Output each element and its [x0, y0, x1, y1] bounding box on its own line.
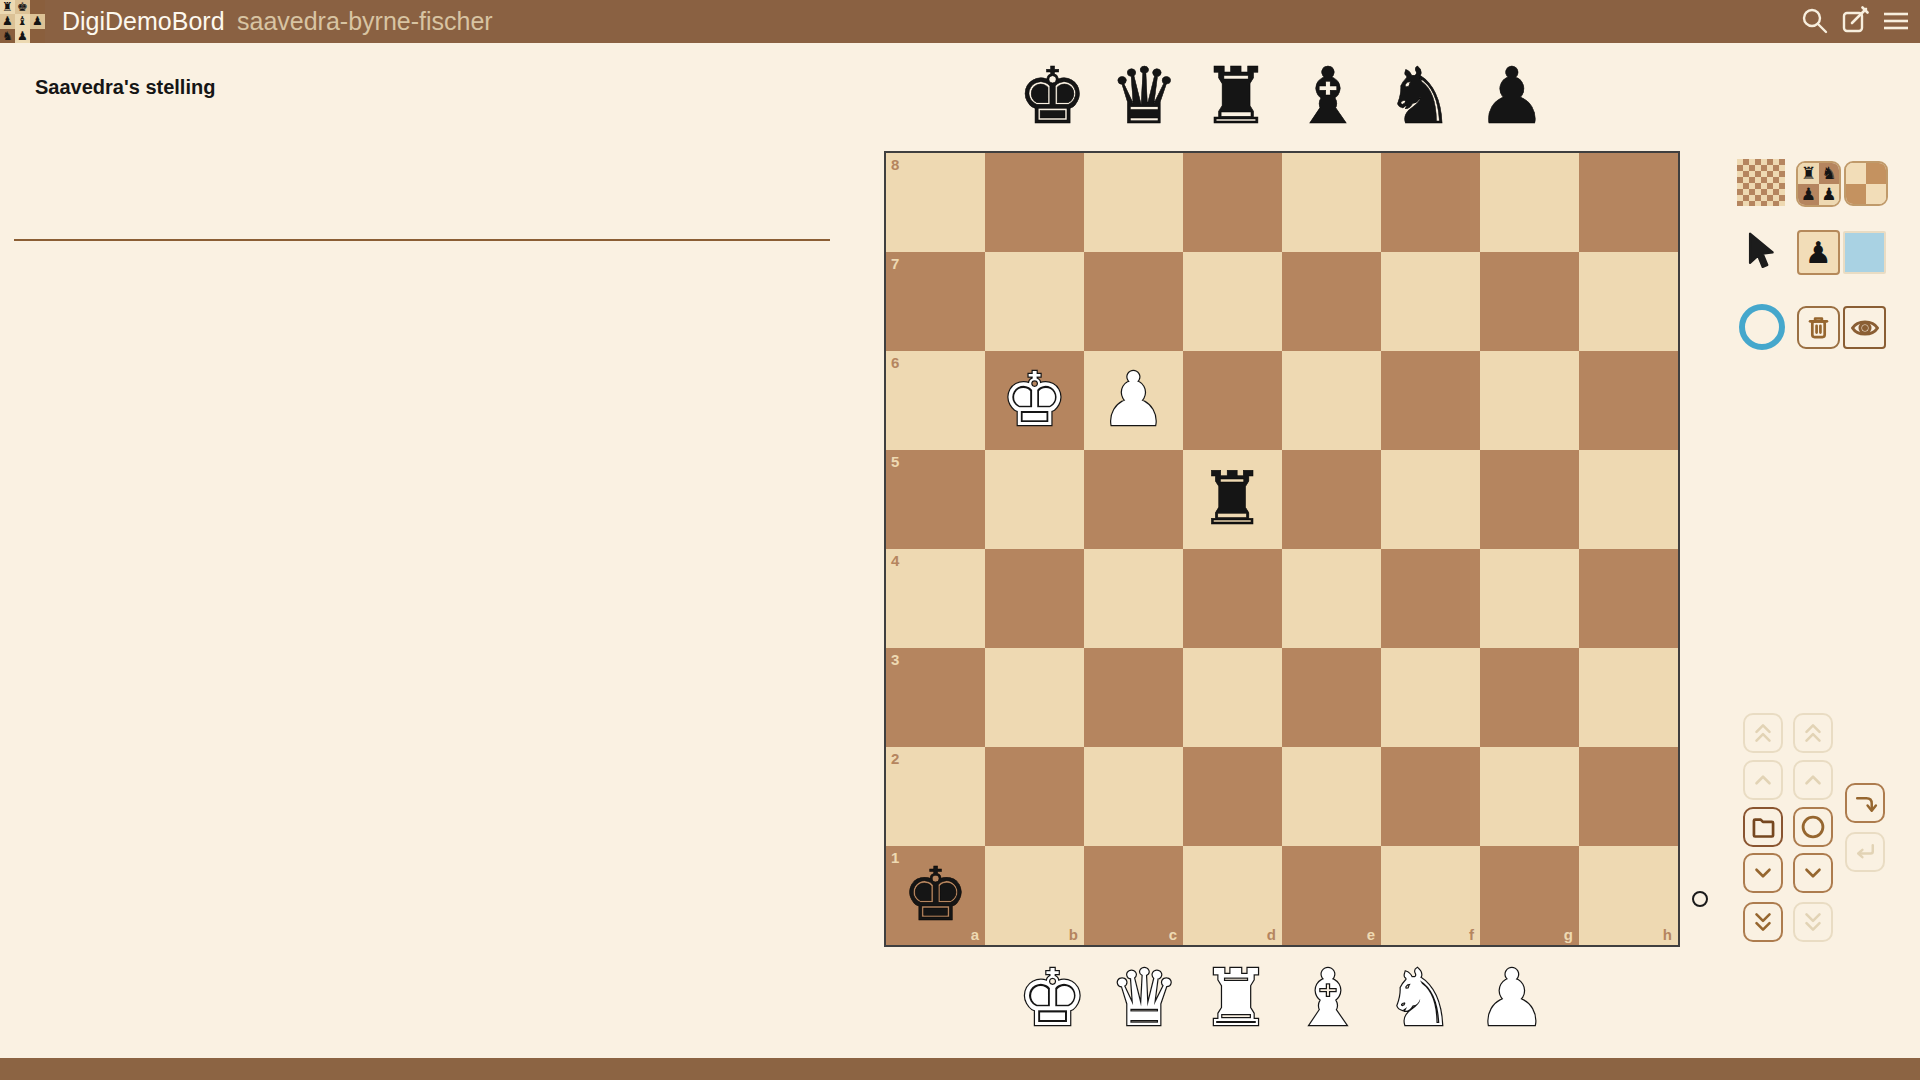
palette-white-queen[interactable]: ♛ [1109, 952, 1179, 1044]
square-f2[interactable] [1381, 747, 1480, 846]
square-c4[interactable] [1084, 549, 1183, 648]
nav-step-forward-left[interactable] [1743, 853, 1783, 893]
square-b4[interactable] [985, 549, 1084, 648]
chess-board[interactable]: 876♚♟5♜4321a♚bcdefgh [884, 151, 1680, 947]
square-a8[interactable]: 8 [886, 153, 985, 252]
square-f6[interactable] [1381, 351, 1480, 450]
square-c3[interactable] [1084, 648, 1183, 747]
file-label: f [1469, 926, 1474, 943]
square-c8[interactable] [1084, 153, 1183, 252]
nav-fast-forward-left[interactable] [1743, 902, 1783, 942]
square-e7[interactable] [1282, 252, 1381, 351]
square-h6[interactable] [1579, 351, 1678, 450]
rank-label: 5 [891, 453, 899, 470]
double-chevron-down-icon [1800, 909, 1826, 935]
square-f4[interactable] [1381, 549, 1480, 648]
piece-black-rook[interactable]: ♜ [1183, 450, 1282, 549]
folder-icon [1750, 814, 1777, 841]
highlight-color-swatch[interactable] [1843, 231, 1886, 274]
logo-cell: ♚ [15, 0, 30, 14]
double-chevron-up-icon [1750, 720, 1776, 746]
palette-white-king[interactable]: ♚ [1017, 952, 1087, 1044]
square-h8[interactable] [1579, 153, 1678, 252]
app-title: DigiDemoBord [62, 0, 225, 43]
file-label: g [1564, 926, 1573, 943]
chevron-down-icon [1800, 860, 1826, 886]
nav-fast-forward-right[interactable] [1793, 902, 1833, 942]
square-g6[interactable] [1480, 351, 1579, 450]
edit-icon[interactable] [1841, 6, 1871, 36]
rank-label: 6 [891, 354, 899, 371]
square-a6[interactable]: 6 [886, 351, 985, 450]
logo-cell: ♟ [30, 14, 45, 28]
rank-label: 7 [891, 255, 899, 272]
turn-down-right-arrow-icon [1852, 790, 1879, 817]
square-b2[interactable] [985, 747, 1084, 846]
pieceset-button[interactable]: ♜♞♟♟ [1796, 161, 1841, 207]
bottom-bar [0, 1058, 1920, 1080]
mini-cell [1846, 184, 1866, 205]
square-colors-button[interactable] [1844, 161, 1888, 206]
circle-icon [1799, 813, 1827, 841]
mini-cell: ♜ [1798, 163, 1819, 184]
topbar: ♜♚♟♝♟♞♟ DigiDemoBord saavedra-byrne-fisc… [0, 0, 1920, 43]
nav-open-folder[interactable] [1743, 807, 1783, 847]
palette-white-rook[interactable]: ♜ [1201, 952, 1271, 1044]
nav-fast-rewind-left[interactable] [1743, 713, 1783, 753]
circle-annotation-tool[interactable] [1739, 304, 1785, 350]
square-c1[interactable]: c [1084, 846, 1183, 945]
menu-icon[interactable] [1881, 6, 1911, 36]
chevron-down-icon [1750, 860, 1776, 886]
pawn-tool-button[interactable]: ♟ [1797, 230, 1840, 275]
square-f1[interactable]: f [1381, 846, 1480, 945]
nav-step-back-left[interactable] [1743, 760, 1783, 800]
square-d6[interactable] [1183, 351, 1282, 450]
chevron-up-icon [1750, 767, 1776, 793]
square-f5[interactable] [1381, 450, 1480, 549]
palette-black-pawn[interactable]: ♟ [1477, 50, 1547, 142]
position-title: Saavedra's stelling [35, 76, 215, 99]
square-b1[interactable]: b [985, 846, 1084, 945]
nav-enter-variation[interactable] [1845, 783, 1885, 823]
square-g2[interactable] [1480, 747, 1579, 846]
nav-return[interactable] [1845, 832, 1885, 872]
square-h1[interactable]: h [1579, 846, 1678, 945]
file-label: c [1169, 926, 1177, 943]
nav-step-back-right[interactable] [1793, 760, 1833, 800]
logo-cell: ♝ [15, 14, 30, 28]
square-f8[interactable] [1381, 153, 1480, 252]
square-b6[interactable]: ♚ [985, 351, 1084, 450]
square-h4[interactable] [1579, 549, 1678, 648]
nav-step-forward-right[interactable] [1793, 853, 1833, 893]
palette-black-bishop[interactable]: ♝ [1293, 50, 1363, 142]
logo-cell [30, 0, 45, 14]
rank-label: 4 [891, 552, 899, 569]
square-d7[interactable] [1183, 252, 1282, 351]
square-g5[interactable] [1480, 450, 1579, 549]
square-h5[interactable] [1579, 450, 1678, 549]
square-c5[interactable] [1084, 450, 1183, 549]
trash-icon [1805, 314, 1832, 341]
eye-icon [1850, 313, 1880, 343]
double-chevron-up-icon [1800, 720, 1826, 746]
square-d5[interactable]: ♜ [1183, 450, 1282, 549]
square-e3[interactable] [1282, 648, 1381, 747]
logo-cell: ♟ [15, 29, 30, 43]
square-e8[interactable] [1282, 153, 1381, 252]
delete-button[interactable] [1797, 306, 1840, 349]
cursor-tool-icon[interactable] [1746, 232, 1778, 270]
square-b5[interactable] [985, 450, 1084, 549]
square-g3[interactable] [1480, 648, 1579, 747]
mini-cell: ♟ [1798, 184, 1819, 205]
side-to-move-indicator[interactable] [1692, 891, 1708, 907]
rank-label: 8 [891, 156, 899, 173]
piece-white-king[interactable]: ♚ [985, 351, 1084, 450]
app-logo: ♜♚♟♝♟♞♟ [0, 0, 45, 43]
mini-cell: ♟ [1819, 184, 1840, 205]
mini-cell [1866, 184, 1886, 205]
search-icon[interactable] [1800, 6, 1830, 36]
square-g4[interactable] [1480, 549, 1579, 648]
square-a3[interactable]: 3 [886, 648, 985, 747]
file-label: e [1367, 926, 1375, 943]
board-thumbnail[interactable] [1737, 159, 1785, 206]
file-label: h [1663, 926, 1672, 943]
nav-record-circle[interactable] [1793, 807, 1833, 847]
square-g7[interactable] [1480, 252, 1579, 351]
square-h3[interactable] [1579, 648, 1678, 747]
rank-label: 2 [891, 750, 899, 767]
double-chevron-down-icon [1750, 909, 1776, 935]
return-arrow-icon [1852, 839, 1879, 866]
document-title: saavedra-byrne-fischer [237, 0, 493, 43]
file-label: b [1069, 926, 1078, 943]
square-a4[interactable]: 4 [886, 549, 985, 648]
mini-cell [1866, 163, 1886, 184]
square-a7[interactable]: 7 [886, 252, 985, 351]
palette-black: ♚♛♜♝♞♟ [884, 50, 1680, 142]
square-e1[interactable]: e [1282, 846, 1381, 945]
square-d2[interactable] [1183, 747, 1282, 846]
logo-cell: ♞ [0, 29, 15, 43]
square-d1[interactable]: d [1183, 846, 1282, 945]
square-c7[interactable] [1084, 252, 1183, 351]
square-f7[interactable] [1381, 252, 1480, 351]
square-g8[interactable] [1480, 153, 1579, 252]
show-button[interactable] [1843, 306, 1886, 349]
square-h2[interactable] [1579, 747, 1678, 846]
palette-black-knight[interactable]: ♞ [1385, 50, 1455, 142]
logo-cell [30, 29, 45, 43]
square-b7[interactable] [985, 252, 1084, 351]
palette-white-knight[interactable]: ♞ [1385, 952, 1455, 1044]
logo-cell: ♟ [0, 14, 15, 28]
square-g1[interactable]: g [1480, 846, 1579, 945]
square-a1[interactable]: 1a♚ [886, 846, 985, 945]
square-b3[interactable] [985, 648, 1084, 747]
piece-black-king[interactable]: ♚ [886, 846, 985, 945]
square-a2[interactable]: 2 [886, 747, 985, 846]
square-a5[interactable]: 5 [886, 450, 985, 549]
piece-white-pawn[interactable]: ♟ [1084, 351, 1183, 450]
mini-cell: ♞ [1819, 163, 1840, 184]
mini-cell [1846, 163, 1866, 184]
logo-cell: ♜ [0, 0, 15, 14]
square-e6[interactable] [1282, 351, 1381, 450]
nav-fast-rewind-right[interactable] [1793, 713, 1833, 753]
rank-label: 3 [891, 651, 899, 668]
square-e4[interactable] [1282, 549, 1381, 648]
palette-white-pawn[interactable]: ♟ [1477, 952, 1547, 1044]
file-label: d [1267, 926, 1276, 943]
square-c2[interactable] [1084, 747, 1183, 846]
square-e5[interactable] [1282, 450, 1381, 549]
palette-white: ♚♛♜♝♞♟ [884, 952, 1680, 1044]
palette-white-bishop[interactable]: ♝ [1293, 952, 1363, 1044]
square-f3[interactable] [1381, 648, 1480, 747]
square-d3[interactable] [1183, 648, 1282, 747]
square-e2[interactable] [1282, 747, 1381, 846]
square-h7[interactable] [1579, 252, 1678, 351]
chevron-up-icon [1800, 767, 1826, 793]
square-d8[interactable] [1183, 153, 1282, 252]
palette-black-queen[interactable]: ♛ [1109, 50, 1179, 142]
square-d4[interactable] [1183, 549, 1282, 648]
palette-black-rook[interactable]: ♜ [1201, 50, 1271, 142]
square-b8[interactable] [985, 153, 1084, 252]
palette-black-king[interactable]: ♚ [1017, 50, 1087, 142]
square-c6[interactable]: ♟ [1084, 351, 1183, 450]
separator-line [14, 239, 830, 241]
